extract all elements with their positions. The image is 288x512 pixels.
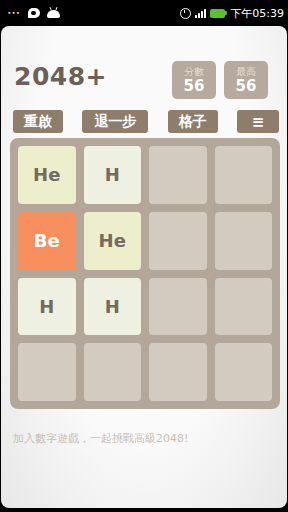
best-box: 最高 56 [224,61,268,99]
toolbar: 重啟 退一步 格子 ≡ [13,110,279,133]
empty-cell [215,278,273,336]
app-card: 2048+ 分數 56 最高 56 重啟 退一步 格子 ≡ HeHBeHeHH … [1,26,287,508]
best-value: 56 [236,78,257,95]
empty-cell [215,212,273,270]
tile-H: H [18,278,76,336]
android-icon [47,10,60,18]
empty-cell [149,212,207,270]
undo-button[interactable]: 退一步 [82,110,148,133]
app-screen: ⋯ 下午05:39 2048+ 分數 56 最高 56 重啟 退一步 格子 ≡ … [0,0,288,512]
empty-cell [215,343,273,401]
status-bar: ⋯ 下午05:39 [0,0,288,26]
menu-button[interactable]: ≡ [237,110,279,133]
overflow-dots-icon: ⋯ [7,8,21,18]
empty-cell [149,278,207,336]
grid-size-button[interactable]: 格子 [168,110,218,133]
tile-H: H [84,146,142,204]
best-label: 最高 [236,66,256,78]
tile-He: He [84,212,142,270]
status-time: 下午05:39 [230,6,284,21]
chat-bubble-icon [28,8,40,18]
empty-cell [18,343,76,401]
empty-cell [149,146,207,204]
signal-icon [195,8,206,18]
tile-Be: Be [18,212,76,270]
page-title: 2048+ [14,62,107,91]
promo-text: 加入數字遊戲，一起挑戰高級2048! [13,431,188,446]
score-box: 分數 56 [172,61,216,99]
restart-button[interactable]: 重啟 [13,110,63,133]
alarm-icon [180,8,191,19]
empty-cell [215,146,273,204]
score-value: 56 [184,78,205,95]
tile-He: He [18,146,76,204]
status-bar-left: ⋯ [0,8,60,18]
status-bar-right: 下午05:39 [180,6,288,21]
board-grid[interactable]: HeHBeHeHH [10,138,280,409]
tile-H: H [84,278,142,336]
empty-cell [84,343,142,401]
empty-cell [149,343,207,401]
score-label: 分數 [184,66,204,78]
battery-icon [210,9,225,18]
